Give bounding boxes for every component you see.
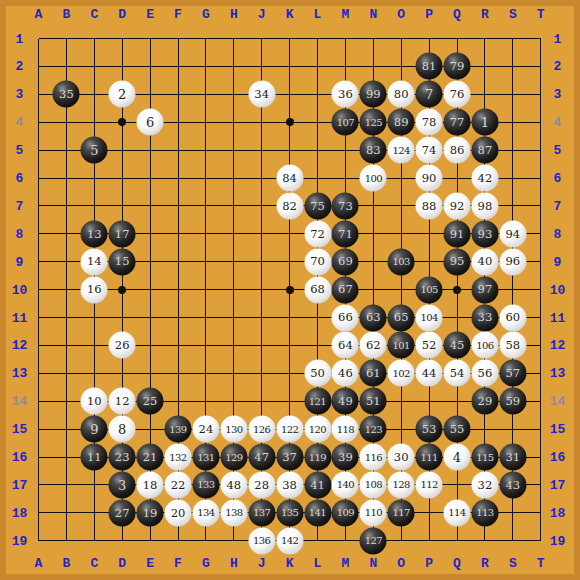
stone-white-74-P5: 74	[416, 137, 443, 164]
stone-move-number: 127	[365, 536, 382, 546]
stone-move-number: 55	[450, 423, 465, 435]
col-label-bottom-D: D	[118, 555, 126, 570]
stone-move-number: 29	[478, 395, 493, 407]
stone-move-number: 94	[505, 228, 520, 240]
stone-white-90-P6: 90	[416, 165, 443, 192]
row-label-left-5: 5	[16, 143, 24, 158]
stone-move-number: 74	[422, 144, 437, 156]
stone-black-3-D17: 3	[109, 471, 136, 498]
stone-move-number: 98	[478, 200, 493, 212]
stone-white-46-M13: 46	[332, 360, 359, 387]
stone-black-43-S17: 43	[499, 471, 526, 498]
stone-black-77-Q4: 77	[444, 109, 471, 136]
stone-move-number: 24	[199, 423, 214, 435]
stone-black-105-P10: 105	[416, 276, 443, 303]
stone-white-64-M12: 64	[332, 332, 359, 359]
col-label-top-L: L	[314, 7, 322, 22]
stone-move-number: 80	[394, 89, 409, 101]
stone-black-33-R11: 33	[471, 304, 498, 331]
stone-move-number: 131	[197, 452, 214, 462]
stone-move-number: 49	[338, 395, 353, 407]
stone-white-76-Q3: 76	[444, 81, 471, 108]
stone-black-137-J18: 137	[248, 499, 275, 526]
stone-move-number: 137	[253, 508, 270, 518]
stone-move-number: 133	[197, 480, 214, 490]
stone-move-number: 112	[420, 480, 437, 490]
stone-white-140-M17: 140	[332, 471, 359, 498]
stone-white-56-R13: 56	[471, 360, 498, 387]
stone-move-number: 59	[505, 395, 520, 407]
row-label-right-4: 4	[554, 115, 562, 130]
go-board: AABBCCDDEEFFGGHHJJKKLLMMNNOOPPQQRRSSTT11…	[0, 0, 580, 580]
row-label-left-16: 16	[12, 450, 28, 465]
stone-move-number: 89	[394, 116, 409, 128]
stone-black-133-G17: 133	[192, 471, 219, 498]
stone-move-number: 22	[171, 479, 186, 491]
stone-move-number: 136	[253, 536, 270, 546]
stone-move-number: 71	[338, 228, 353, 240]
stone-move-number: 17	[115, 228, 130, 240]
stone-black-119-L16: 119	[304, 444, 331, 471]
stone-white-30-O16: 30	[388, 444, 415, 471]
stone-white-8-D15: 8	[109, 416, 136, 443]
stone-black-57-S13: 57	[499, 360, 526, 387]
stone-white-4-Q16: 4	[444, 444, 471, 471]
stone-move-number: 57	[505, 368, 520, 380]
row-label-left-19: 19	[12, 533, 28, 548]
stone-white-142-K19: 142	[276, 527, 303, 554]
row-label-right-1: 1	[554, 31, 562, 46]
row-label-left-11: 11	[12, 310, 28, 325]
stone-move-number: 124	[393, 145, 410, 155]
stone-move-number: 5	[90, 144, 98, 157]
grid-line-horizontal	[39, 317, 541, 318]
stone-black-55-Q15: 55	[444, 416, 471, 443]
col-label-top-H: H	[230, 7, 238, 22]
stone-white-20-F18: 20	[165, 499, 192, 526]
stone-move-number: 13	[87, 228, 102, 240]
stone-move-number: 23	[115, 451, 130, 463]
stone-move-number: 39	[338, 451, 353, 463]
stone-move-number: 139	[169, 424, 186, 434]
stone-white-44-P13: 44	[416, 360, 443, 387]
stone-black-101-O12: 101	[388, 332, 415, 359]
stone-black-17-D8: 17	[109, 220, 136, 247]
stone-move-number: 140	[337, 480, 354, 490]
stone-move-number: 25	[143, 395, 158, 407]
col-label-bottom-H: H	[230, 555, 238, 570]
row-label-left-10: 10	[12, 282, 28, 297]
row-label-right-8: 8	[554, 226, 562, 241]
stone-white-102-O13: 102	[388, 360, 415, 387]
row-label-right-16: 16	[550, 450, 566, 465]
stone-black-135-K18: 135	[276, 499, 303, 526]
stone-black-109-M18: 109	[332, 499, 359, 526]
col-label-top-O: O	[397, 7, 405, 22]
row-label-left-1: 1	[16, 31, 24, 46]
stone-move-number: 72	[310, 228, 325, 240]
stone-black-5-C5: 5	[81, 137, 108, 164]
stone-move-number: 12	[115, 395, 130, 407]
hoshi-point-D4	[118, 118, 126, 126]
stone-white-118-M15: 118	[332, 416, 359, 443]
stone-move-number: 61	[366, 368, 381, 380]
stone-black-99-N3: 99	[360, 81, 387, 108]
stone-black-111-P16: 111	[416, 444, 443, 471]
stone-black-75-L7: 75	[304, 192, 331, 219]
stone-move-number: 33	[478, 312, 493, 324]
stone-black-53-P15: 53	[416, 416, 443, 443]
stone-move-number: 103	[393, 257, 410, 267]
stone-move-number: 43	[505, 479, 520, 491]
col-label-top-E: E	[146, 7, 154, 22]
stone-move-number: 102	[393, 368, 410, 378]
stone-move-number: 88	[422, 200, 437, 212]
stone-white-100-N6: 100	[360, 165, 387, 192]
stone-black-49-M14: 49	[332, 388, 359, 415]
stone-white-18-E17: 18	[137, 471, 164, 498]
row-label-left-3: 3	[16, 87, 24, 102]
stone-move-number: 69	[338, 256, 353, 268]
col-label-top-K: K	[286, 7, 294, 22]
stone-move-number: 109	[337, 508, 354, 518]
row-label-left-12: 12	[12, 338, 28, 353]
stone-white-138-H18: 138	[220, 499, 247, 526]
stone-move-number: 44	[422, 368, 437, 380]
stone-move-number: 101	[393, 340, 410, 350]
hoshi-point-D10	[118, 286, 126, 294]
col-label-bottom-E: E	[146, 555, 154, 570]
stone-move-number: 121	[309, 396, 326, 406]
row-label-right-2: 2	[554, 59, 562, 74]
stone-black-115-R16: 115	[471, 444, 498, 471]
row-label-left-9: 9	[16, 254, 24, 269]
stone-white-60-S11: 60	[499, 304, 526, 331]
col-label-top-Q: Q	[453, 7, 461, 22]
stone-black-13-C8: 13	[81, 220, 108, 247]
stone-black-125-N4: 125	[360, 109, 387, 136]
stone-move-number: 120	[309, 424, 326, 434]
stone-white-86-Q5: 86	[444, 137, 471, 164]
stone-move-number: 99	[366, 89, 381, 101]
stone-white-22-F17: 22	[165, 471, 192, 498]
stone-white-82-K7: 82	[276, 192, 303, 219]
col-label-bottom-Q: Q	[453, 555, 461, 570]
col-label-bottom-O: O	[397, 555, 405, 570]
stone-move-number: 116	[365, 452, 382, 462]
stone-move-number: 4	[453, 451, 461, 464]
row-label-right-11: 11	[550, 310, 566, 325]
stone-move-number: 86	[450, 144, 465, 156]
stone-white-96-S9: 96	[499, 248, 526, 275]
stone-move-number: 62	[366, 340, 381, 352]
stone-white-58-S12: 58	[499, 332, 526, 359]
stone-move-number: 108	[365, 480, 382, 490]
stone-white-124-O5: 124	[388, 137, 415, 164]
stone-black-117-O18: 117	[388, 499, 415, 526]
stone-white-84-K6: 84	[276, 165, 303, 192]
stone-move-number: 91	[450, 228, 465, 240]
col-label-bottom-A: A	[35, 555, 43, 570]
stone-white-132-F16: 132	[165, 444, 192, 471]
stone-black-129-H16: 129	[220, 444, 247, 471]
stone-black-7-P3: 7	[416, 81, 443, 108]
hoshi-point-Q10	[453, 286, 461, 294]
stone-move-number: 138	[225, 508, 242, 518]
stone-move-number: 95	[450, 256, 465, 268]
stone-black-41-L17: 41	[304, 471, 331, 498]
row-label-right-14: 14	[550, 394, 566, 409]
stone-move-number: 60	[505, 312, 520, 324]
stone-black-15-D9: 15	[109, 248, 136, 275]
stone-move-number: 104	[420, 313, 437, 323]
row-label-right-7: 7	[554, 198, 562, 213]
stone-move-number: 64	[338, 340, 353, 352]
stone-black-121-L14: 121	[304, 388, 331, 415]
stone-black-95-Q9: 95	[444, 248, 471, 275]
stone-move-number: 40	[478, 256, 493, 268]
stone-move-number: 21	[143, 451, 158, 463]
stone-black-127-N19: 127	[360, 527, 387, 554]
row-label-left-18: 18	[12, 505, 28, 520]
grid-line-vertical	[540, 39, 541, 541]
stone-black-69-M9: 69	[332, 248, 359, 275]
stone-move-number: 46	[338, 368, 353, 380]
stone-move-number: 119	[309, 452, 326, 462]
stone-black-63-N11: 63	[360, 304, 387, 331]
col-label-top-B: B	[62, 7, 70, 22]
stone-move-number: 118	[337, 424, 354, 434]
row-label-left-13: 13	[12, 366, 28, 381]
stone-black-87-R5: 87	[471, 137, 498, 164]
row-label-right-17: 17	[550, 477, 566, 492]
col-label-top-M: M	[341, 7, 349, 22]
stone-white-14-C9: 14	[81, 248, 108, 275]
row-label-left-17: 17	[12, 477, 28, 492]
stone-move-number: 52	[422, 340, 437, 352]
stone-white-70-L9: 70	[304, 248, 331, 275]
stone-move-number: 134	[197, 508, 214, 518]
stone-move-number: 53	[422, 423, 437, 435]
stone-white-2-D3: 2	[109, 81, 136, 108]
stone-white-26-D12: 26	[109, 332, 136, 359]
stone-move-number: 15	[115, 256, 130, 268]
col-label-bottom-L: L	[314, 555, 322, 570]
stone-move-number: 126	[253, 424, 270, 434]
stone-move-number: 16	[87, 284, 102, 296]
stone-white-28-J17: 28	[248, 471, 275, 498]
stone-move-number: 56	[478, 368, 493, 380]
stone-white-120-L15: 120	[304, 416, 331, 443]
col-label-top-A: A	[35, 7, 43, 22]
stone-white-98-R7: 98	[471, 192, 498, 219]
stone-move-number: 41	[310, 479, 325, 491]
col-label-top-G: G	[202, 7, 210, 22]
stone-white-106-R12: 106	[471, 332, 498, 359]
col-label-bottom-T: T	[537, 555, 545, 570]
stone-move-number: 96	[505, 256, 520, 268]
col-label-top-D: D	[118, 7, 126, 22]
stone-black-79-Q2: 79	[444, 53, 471, 80]
stone-black-103-O9: 103	[388, 248, 415, 275]
stone-white-66-M11: 66	[332, 304, 359, 331]
stone-white-110-N18: 110	[360, 499, 387, 526]
row-label-right-15: 15	[550, 422, 566, 437]
stone-move-number: 128	[393, 480, 410, 490]
stone-black-31-S16: 31	[499, 444, 526, 471]
stone-move-number: 1	[481, 116, 489, 129]
row-label-right-5: 5	[554, 143, 562, 158]
stone-white-134-G18: 134	[192, 499, 219, 526]
row-label-left-2: 2	[16, 59, 24, 74]
stone-black-37-K16: 37	[276, 444, 303, 471]
stone-black-107-M4: 107	[332, 109, 359, 136]
col-label-top-R: R	[481, 7, 489, 22]
stone-white-92-Q7: 92	[444, 192, 471, 219]
stone-move-number: 30	[394, 451, 409, 463]
stone-move-number: 93	[478, 228, 493, 240]
stone-move-number: 135	[281, 508, 298, 518]
stone-move-number: 107	[337, 117, 354, 127]
stone-move-number: 63	[366, 312, 381, 324]
stone-black-11-C16: 11	[81, 444, 108, 471]
stone-move-number: 117	[393, 508, 410, 518]
stone-black-91-Q8: 91	[444, 220, 471, 247]
stone-move-number: 66	[338, 312, 353, 324]
stone-white-16-C10: 16	[81, 276, 108, 303]
stone-white-34-J3: 34	[248, 81, 275, 108]
stone-black-67-M10: 67	[332, 276, 359, 303]
stone-black-47-J16: 47	[248, 444, 275, 471]
stone-white-108-N17: 108	[360, 471, 387, 498]
row-label-left-6: 6	[16, 171, 24, 186]
stone-white-12-D14: 12	[109, 388, 136, 415]
stone-move-number: 76	[450, 89, 465, 101]
stone-move-number: 9	[90, 423, 98, 436]
row-label-right-3: 3	[554, 87, 562, 102]
row-label-right-12: 12	[550, 338, 566, 353]
stone-move-number: 38	[282, 479, 297, 491]
stone-move-number: 77	[450, 116, 465, 128]
col-label-top-F: F	[174, 7, 182, 22]
stone-black-1-R4: 1	[471, 109, 498, 136]
stone-white-78-P4: 78	[416, 109, 443, 136]
stone-move-number: 73	[338, 200, 353, 212]
stone-black-89-O4: 89	[388, 109, 415, 136]
stone-move-number: 129	[225, 452, 242, 462]
stone-move-number: 65	[394, 312, 409, 324]
stone-black-61-N13: 61	[360, 360, 387, 387]
col-label-top-J: J	[258, 7, 266, 22]
col-label-bottom-R: R	[481, 555, 489, 570]
stone-black-59-S14: 59	[499, 388, 526, 415]
stone-move-number: 8	[118, 423, 126, 436]
col-label-top-S: S	[509, 7, 517, 22]
stone-white-104-P11: 104	[416, 304, 443, 331]
stone-white-122-K15: 122	[276, 416, 303, 443]
stone-move-number: 58	[505, 340, 520, 352]
stone-move-number: 3	[118, 478, 126, 491]
stone-move-number: 14	[87, 256, 102, 268]
stone-move-number: 113	[476, 508, 493, 518]
stone-move-number: 106	[476, 340, 493, 350]
stone-black-113-R18: 113	[471, 499, 498, 526]
row-label-right-10: 10	[550, 282, 566, 297]
stone-black-29-R14: 29	[471, 388, 498, 415]
stone-black-73-M7: 73	[332, 192, 359, 219]
stone-move-number: 97	[478, 284, 493, 296]
row-label-right-13: 13	[550, 366, 566, 381]
stone-move-number: 75	[310, 200, 325, 212]
col-label-top-N: N	[369, 7, 377, 22]
stone-move-number: 87	[478, 144, 493, 156]
stone-move-number: 125	[365, 117, 382, 127]
col-label-bottom-S: S	[509, 555, 517, 570]
row-label-right-9: 9	[554, 254, 562, 269]
stone-move-number: 37	[282, 451, 297, 463]
stone-move-number: 70	[310, 256, 325, 268]
col-label-bottom-G: G	[202, 555, 210, 570]
stone-move-number: 105	[420, 285, 437, 295]
stone-move-number: 83	[366, 144, 381, 156]
hoshi-point-K10	[286, 286, 294, 294]
row-label-right-6: 6	[554, 171, 562, 186]
stone-move-number: 54	[450, 368, 465, 380]
stone-white-116-N16: 116	[360, 444, 387, 471]
stone-white-24-G15: 24	[192, 416, 219, 443]
col-label-top-P: P	[425, 7, 433, 22]
stone-black-141-L18: 141	[304, 499, 331, 526]
stone-move-number: 82	[282, 200, 297, 212]
stone-move-number: 78	[422, 116, 437, 128]
stone-white-48-H17: 48	[220, 471, 247, 498]
col-label-bottom-K: K	[286, 555, 294, 570]
stone-black-21-E16: 21	[137, 444, 164, 471]
stone-white-32-R17: 32	[471, 471, 498, 498]
stone-move-number: 32	[478, 479, 493, 491]
stone-black-139-F15: 139	[165, 416, 192, 443]
row-label-left-8: 8	[16, 226, 24, 241]
stone-black-71-M8: 71	[332, 220, 359, 247]
stone-move-number: 26	[115, 340, 130, 352]
stone-black-93-R8: 93	[471, 220, 498, 247]
row-label-left-7: 7	[16, 198, 24, 213]
stone-black-51-N14: 51	[360, 388, 387, 415]
stone-black-35-B3: 35	[53, 81, 80, 108]
stone-move-number: 90	[422, 172, 437, 184]
stone-move-number: 132	[169, 452, 186, 462]
stone-white-36-M3: 36	[332, 81, 359, 108]
stone-move-number: 100	[365, 173, 382, 183]
stone-move-number: 27	[115, 507, 130, 519]
col-label-bottom-J: J	[258, 555, 266, 570]
stone-white-94-S8: 94	[499, 220, 526, 247]
stone-black-123-N15: 123	[360, 416, 387, 443]
stone-move-number: 28	[254, 479, 269, 491]
row-label-left-15: 15	[12, 422, 28, 437]
stone-white-68-L10: 68	[304, 276, 331, 303]
stone-move-number: 19	[143, 507, 158, 519]
stone-white-62-N12: 62	[360, 332, 387, 359]
stone-move-number: 6	[146, 116, 154, 129]
stone-move-number: 92	[450, 200, 465, 212]
stone-move-number: 68	[310, 284, 325, 296]
stone-black-25-E14: 25	[137, 388, 164, 415]
row-label-left-4: 4	[16, 115, 24, 130]
stone-white-54-Q13: 54	[444, 360, 471, 387]
row-label-right-18: 18	[550, 505, 566, 520]
stone-white-6-E4: 6	[137, 109, 164, 136]
